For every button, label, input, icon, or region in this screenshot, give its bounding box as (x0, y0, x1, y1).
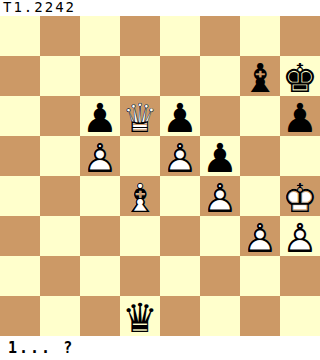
piece-white-pawn[interactable]: ♙ (240, 216, 280, 256)
square-f1[interactable] (200, 296, 240, 336)
square-f2[interactable] (200, 256, 240, 296)
square-h6[interactable]: ♟ (280, 96, 320, 136)
piece-white-pawn-fill: ♟ (160, 136, 200, 176)
square-b8[interactable] (40, 16, 80, 56)
square-e2[interactable] (160, 256, 200, 296)
square-g8[interactable] (240, 16, 280, 56)
square-c4[interactable] (80, 176, 120, 216)
square-g5[interactable] (240, 136, 280, 176)
square-d5[interactable] (120, 136, 160, 176)
square-d6[interactable]: ♛♕ (120, 96, 160, 136)
square-e5[interactable]: ♟♙ (160, 136, 200, 176)
piece-white-pawn-fill: ♟ (80, 136, 120, 176)
piece-white-bishop-fill: ♝ (120, 176, 160, 216)
square-g4[interactable] (240, 176, 280, 216)
square-b5[interactable] (40, 136, 80, 176)
square-b7[interactable] (40, 56, 80, 96)
square-g3[interactable]: ♟♙ (240, 216, 280, 256)
square-a4[interactable] (0, 176, 40, 216)
square-b1[interactable] (40, 296, 80, 336)
square-a6[interactable] (0, 96, 40, 136)
square-h2[interactable] (280, 256, 320, 296)
piece-black-bishop[interactable]: ♝ (240, 56, 280, 96)
square-b3[interactable] (40, 216, 80, 256)
square-c7[interactable] (80, 56, 120, 96)
piece-black-queen[interactable]: ♛ (120, 296, 160, 336)
square-h4[interactable]: ♚♔ (280, 176, 320, 216)
piece-black-pawn[interactable]: ♟ (80, 96, 120, 136)
square-a7[interactable] (0, 56, 40, 96)
square-c2[interactable] (80, 256, 120, 296)
piece-white-queen-fill: ♛ (120, 96, 160, 136)
square-a3[interactable] (0, 216, 40, 256)
square-d4[interactable]: ♝♗ (120, 176, 160, 216)
move-prompt: 1... ? (0, 339, 320, 357)
square-h3[interactable]: ♟♙ (280, 216, 320, 256)
piece-white-pawn-fill: ♟ (280, 216, 320, 256)
square-b6[interactable] (40, 96, 80, 136)
piece-black-king[interactable]: ♚ (280, 56, 320, 96)
square-e8[interactable] (160, 16, 200, 56)
square-c5[interactable]: ♟♙ (80, 136, 120, 176)
square-e7[interactable] (160, 56, 200, 96)
square-h8[interactable] (280, 16, 320, 56)
square-e1[interactable] (160, 296, 200, 336)
puzzle-page: T1.2242 ♝♚♟♛♕♟♟♟♙♟♙♟♝♗♟♙♚♔♟♙♟♙♛ 1... ? (0, 0, 320, 360)
piece-white-queen[interactable]: ♕ (120, 96, 160, 136)
square-e6[interactable]: ♟ (160, 96, 200, 136)
piece-white-pawn[interactable]: ♙ (200, 176, 240, 216)
square-d3[interactable] (120, 216, 160, 256)
square-e4[interactable] (160, 176, 200, 216)
piece-black-pawn[interactable]: ♟ (280, 96, 320, 136)
piece-black-pawn[interactable]: ♟ (160, 96, 200, 136)
square-b2[interactable] (40, 256, 80, 296)
square-h7[interactable]: ♚ (280, 56, 320, 96)
square-a8[interactable] (0, 16, 40, 56)
puzzle-id: T1.2242 (0, 0, 320, 16)
chess-board: ♝♚♟♛♕♟♟♟♙♟♙♟♝♗♟♙♚♔♟♙♟♙♛ (0, 16, 320, 336)
square-d7[interactable] (120, 56, 160, 96)
square-c8[interactable] (80, 16, 120, 56)
square-g2[interactable] (240, 256, 280, 296)
square-g1[interactable] (240, 296, 280, 336)
square-h5[interactable] (280, 136, 320, 176)
square-f7[interactable] (200, 56, 240, 96)
piece-white-pawn-fill: ♟ (240, 216, 280, 256)
square-a1[interactable] (0, 296, 40, 336)
square-d1[interactable]: ♛ (120, 296, 160, 336)
piece-white-pawn[interactable]: ♙ (80, 136, 120, 176)
piece-black-pawn[interactable]: ♟ (200, 136, 240, 176)
square-f6[interactable] (200, 96, 240, 136)
square-f3[interactable] (200, 216, 240, 256)
square-b4[interactable] (40, 176, 80, 216)
piece-white-bishop[interactable]: ♗ (120, 176, 160, 216)
square-f8[interactable] (200, 16, 240, 56)
square-a5[interactable] (0, 136, 40, 176)
square-c3[interactable] (80, 216, 120, 256)
piece-white-pawn-fill: ♟ (200, 176, 240, 216)
square-d8[interactable] (120, 16, 160, 56)
piece-white-pawn[interactable]: ♙ (280, 216, 320, 256)
square-f4[interactable]: ♟♙ (200, 176, 240, 216)
square-c6[interactable]: ♟ (80, 96, 120, 136)
square-g6[interactable] (240, 96, 280, 136)
piece-white-king-fill: ♚ (280, 176, 320, 216)
piece-white-pawn[interactable]: ♙ (160, 136, 200, 176)
square-e3[interactable] (160, 216, 200, 256)
square-a2[interactable] (0, 256, 40, 296)
square-d2[interactable] (120, 256, 160, 296)
square-c1[interactable] (80, 296, 120, 336)
square-h1[interactable] (280, 296, 320, 336)
square-g7[interactable]: ♝ (240, 56, 280, 96)
square-f5[interactable]: ♟ (200, 136, 240, 176)
piece-white-king[interactable]: ♔ (280, 176, 320, 216)
